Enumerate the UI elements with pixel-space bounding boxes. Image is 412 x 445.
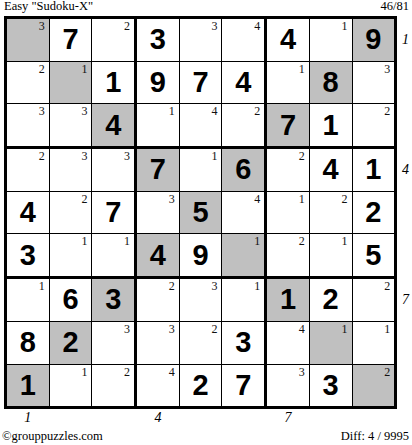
cell-value: 1	[310, 104, 352, 146]
cell-r8c2[interactable]: 2	[50, 322, 93, 365]
cell-r5c5[interactable]: 5	[180, 192, 223, 235]
pencil-mark: 3	[299, 366, 305, 379]
header: Easy "Sudoku-X" 46/81	[4, 0, 409, 14]
cell-value: 7	[267, 104, 309, 146]
cell-value: 5	[353, 234, 395, 276]
cell-r2c6[interactable]: 4	[222, 62, 267, 105]
cell-r6c6[interactable]: 1	[222, 234, 267, 279]
cell-value: 2	[180, 365, 222, 407]
cell-r8c7[interactable]: 4	[267, 322, 310, 365]
pencil-mark: 2	[384, 280, 390, 293]
pencil-mark: 3	[384, 63, 390, 76]
pencil-mark: 2	[39, 150, 45, 163]
cell-value: 6	[50, 279, 92, 321]
puzzle-page: Easy "Sudoku-X" 46/81 372334419211974183…	[0, 0, 412, 445]
pencil-mark: 3	[124, 150, 130, 163]
cell-r1c7[interactable]: 4	[267, 19, 310, 62]
pencil-mark: 3	[124, 323, 130, 336]
cell-r4c9[interactable]: 1	[353, 149, 395, 192]
pencil-mark: 3	[169, 323, 175, 336]
pencil-mark: 2	[39, 63, 45, 76]
pencil-mark: 4	[254, 20, 260, 33]
cell-r5c9[interactable]: 2	[353, 192, 395, 235]
pencil-mark: 2	[342, 193, 348, 206]
pencil-mark: 4	[254, 193, 260, 206]
cell-r5c2[interactable]: 2	[50, 192, 93, 235]
cell-value: 3	[92, 279, 134, 321]
cell-r9c8[interactable]: 3	[310, 365, 353, 407]
cell-value: 1	[92, 62, 134, 104]
cell-r9c4[interactable]: 4	[137, 365, 180, 407]
cell-r5c1[interactable]: 4	[7, 192, 50, 235]
footer: ©grouppuzzles.com Diff: 4 / 9995	[2, 429, 409, 444]
cell-r9c6[interactable]: 7	[222, 365, 267, 407]
cell-r3c4[interactable]: 1	[137, 104, 180, 149]
cell-r3c6[interactable]: 2	[222, 104, 267, 149]
cell-r4c3[interactable]: 3	[92, 149, 137, 192]
pencil-mark: 1	[81, 63, 87, 76]
cell-value: 7	[50, 19, 92, 61]
cell-r6c3[interactable]: 1	[92, 234, 137, 279]
cell-r2c1[interactable]: 2	[7, 62, 50, 105]
cell-r4c2[interactable]: 3	[50, 149, 93, 192]
pencil-mark: 2	[299, 150, 305, 163]
cell-r1c3[interactable]: 2	[92, 19, 137, 62]
cell-value: 4	[7, 192, 49, 234]
cell-r9c1[interactable]: 1	[7, 365, 50, 407]
cell-r8c8[interactable]: 1	[310, 322, 353, 365]
cell-r5c7[interactable]: 1	[267, 192, 310, 235]
pencil-mark: 1	[211, 150, 217, 163]
cell-value: 3	[310, 365, 352, 407]
cell-r4c1[interactable]: 2	[7, 149, 50, 192]
pencil-mark: 1	[299, 193, 305, 206]
cell-r6c8[interactable]: 1	[310, 234, 353, 279]
cell-r5c3[interactable]: 7	[92, 192, 137, 235]
cell-r1c4[interactable]: 3	[137, 19, 180, 62]
cell-r7c4[interactable]: 2	[137, 279, 180, 322]
cell-r1c8[interactable]: 1	[310, 19, 353, 62]
cell-r4c7[interactable]: 2	[267, 149, 310, 192]
cell-value: 8	[7, 322, 49, 364]
page-title: Easy "Sudoku-X"	[4, 0, 93, 14]
cell-value: 1	[7, 365, 49, 407]
pencil-mark: 2	[124, 20, 130, 33]
row-label-1: 1	[402, 32, 409, 48]
cell-value: 3	[137, 19, 179, 61]
progress-counter: 46/81	[381, 0, 409, 14]
pencil-mark: 3	[211, 20, 217, 33]
cell-r3c5[interactable]: 4	[180, 104, 223, 149]
cell-r3c7[interactable]: 7	[267, 104, 310, 149]
cell-r7c8[interactable]: 2	[310, 279, 353, 322]
pencil-mark: 1	[254, 235, 260, 248]
cell-r2c8[interactable]: 8	[310, 62, 353, 105]
col-label-4: 4	[154, 410, 161, 426]
cell-r8c9[interactable]: 1	[353, 322, 395, 365]
cell-r2c2[interactable]: 1	[50, 62, 93, 105]
cell-r9c7[interactable]: 3	[267, 365, 310, 407]
pencil-mark: 1	[81, 235, 87, 248]
cell-r7c6[interactable]: 1	[222, 279, 267, 322]
cell-value: 5	[180, 192, 222, 234]
pencil-mark: 2	[384, 366, 390, 379]
cell-r2c5[interactable]: 7	[180, 62, 223, 105]
cell-r6c4[interactable]: 4	[137, 234, 180, 279]
row-label-7: 7	[402, 292, 409, 308]
cell-value: 3	[222, 322, 264, 364]
pencil-mark: 1	[39, 280, 45, 293]
pencil-mark: 2	[81, 193, 87, 206]
cell-value: 6	[222, 149, 264, 191]
cell-r2c9[interactable]: 3	[353, 62, 395, 105]
cell-r6c5[interactable]: 9	[180, 234, 223, 279]
cell-r9c9[interactable]: 2	[353, 365, 395, 407]
cell-r7c3[interactable]: 3	[92, 279, 137, 322]
cell-r5c4[interactable]: 3	[137, 192, 180, 235]
pencil-mark: 4	[169, 366, 175, 379]
pencil-mark: 1	[384, 323, 390, 336]
pencil-mark: 4	[211, 105, 217, 118]
cell-value: 1	[267, 279, 309, 321]
pencil-mark: 2	[124, 366, 130, 379]
cell-r1c1[interactable]: 3	[7, 19, 50, 62]
cell-r8c4[interactable]: 3	[137, 322, 180, 365]
cell-r7c9[interactable]: 2	[353, 279, 395, 322]
cell-r1c2[interactable]: 7	[50, 19, 93, 62]
cell-value: 7	[137, 149, 179, 191]
cell-r7c1[interactable]: 1	[7, 279, 50, 322]
cell-r6c7[interactable]: 2	[267, 234, 310, 279]
cell-r7c5[interactable]: 3	[180, 279, 223, 322]
sudoku-board: 3723344192119741833341427122337162414273…	[4, 16, 397, 409]
pencil-mark: 2	[169, 280, 175, 293]
pencil-mark: 2	[299, 235, 305, 248]
pencil-mark: 1	[254, 280, 260, 293]
cell-r5c8[interactable]: 2	[310, 192, 353, 235]
cell-r1c9[interactable]: 9	[353, 19, 395, 62]
cell-r2c7[interactable]: 1	[267, 62, 310, 105]
cell-value: 7	[222, 365, 264, 407]
pencil-mark: 2	[211, 323, 217, 336]
cell-r4c6[interactable]: 6	[222, 149, 267, 192]
cell-r3c9[interactable]: 2	[353, 104, 395, 149]
cell-value: 9	[353, 19, 395, 61]
difficulty-label: Diff: 4 / 9995	[341, 429, 409, 444]
cell-value: 9	[180, 234, 222, 276]
cell-value: 4	[92, 104, 134, 146]
cell-r5c6[interactable]: 4	[222, 192, 267, 235]
cell-r8c1[interactable]: 8	[7, 322, 50, 365]
cell-r3c3[interactable]: 4	[92, 104, 137, 149]
cell-value: 4	[137, 234, 179, 276]
cell-r6c2[interactable]: 1	[50, 234, 93, 279]
cell-value: 3	[7, 234, 49, 276]
cell-r9c3[interactable]: 2	[92, 365, 137, 407]
pencil-mark: 2	[254, 105, 260, 118]
pencil-mark: 3	[211, 280, 217, 293]
cell-r4c5[interactable]: 1	[180, 149, 223, 192]
pencil-mark: 1	[81, 366, 87, 379]
cell-r8c6[interactable]: 3	[222, 322, 267, 365]
cell-r4c4[interactable]: 7	[137, 149, 180, 192]
cell-value: 9	[137, 62, 179, 104]
cell-value: 2	[353, 192, 395, 234]
pencil-mark: 4	[299, 323, 305, 336]
row-label-4: 4	[402, 162, 409, 178]
pencil-mark: 3	[39, 20, 45, 33]
cell-r4c8[interactable]: 4	[310, 149, 353, 192]
cell-value: 2	[310, 279, 352, 321]
cell-r2c3[interactable]: 1	[92, 62, 137, 105]
pencil-mark: 2	[384, 105, 390, 118]
cell-r8c5[interactable]: 2	[180, 322, 223, 365]
cell-r1c5[interactable]: 3	[180, 19, 223, 62]
cell-r8c3[interactable]: 3	[92, 322, 137, 365]
pencil-mark: 1	[342, 20, 348, 33]
cell-r3c1[interactable]: 3	[7, 104, 50, 149]
cell-value: 2	[50, 322, 92, 364]
pencil-mark: 1	[342, 323, 348, 336]
cell-value: 7	[92, 192, 134, 234]
pencil-mark: 3	[39, 105, 45, 118]
pencil-mark: 1	[169, 105, 175, 118]
pencil-mark: 1	[342, 235, 348, 248]
pencil-mark: 3	[81, 150, 87, 163]
cell-r9c2[interactable]: 1	[50, 365, 93, 407]
cell-r6c9[interactable]: 5	[353, 234, 395, 279]
pencil-mark: 1	[299, 63, 305, 76]
cell-r9c5[interactable]: 2	[180, 365, 223, 407]
cell-r6c1[interactable]: 3	[7, 234, 50, 279]
cell-value: 7	[180, 62, 222, 104]
cell-r3c8[interactable]: 1	[310, 104, 353, 149]
cell-value: 4	[267, 19, 309, 61]
site-credit: ©grouppuzzles.com	[2, 429, 103, 444]
col-label-7: 7	[285, 410, 292, 426]
cell-r1c6[interactable]: 4	[222, 19, 267, 62]
cell-value: 4	[222, 62, 264, 104]
pencil-mark: 1	[124, 235, 130, 248]
cell-value: 4	[310, 149, 352, 191]
cell-value: 8	[310, 62, 352, 104]
cell-r7c7[interactable]: 1	[267, 279, 310, 322]
cell-r3c2[interactable]: 3	[50, 104, 93, 149]
col-label-1: 1	[24, 410, 31, 426]
pencil-mark: 3	[169, 193, 175, 206]
cell-r7c2[interactable]: 6	[50, 279, 93, 322]
pencil-mark: 3	[81, 105, 87, 118]
cell-value: 1	[353, 149, 395, 191]
cell-r2c4[interactable]: 9	[137, 62, 180, 105]
